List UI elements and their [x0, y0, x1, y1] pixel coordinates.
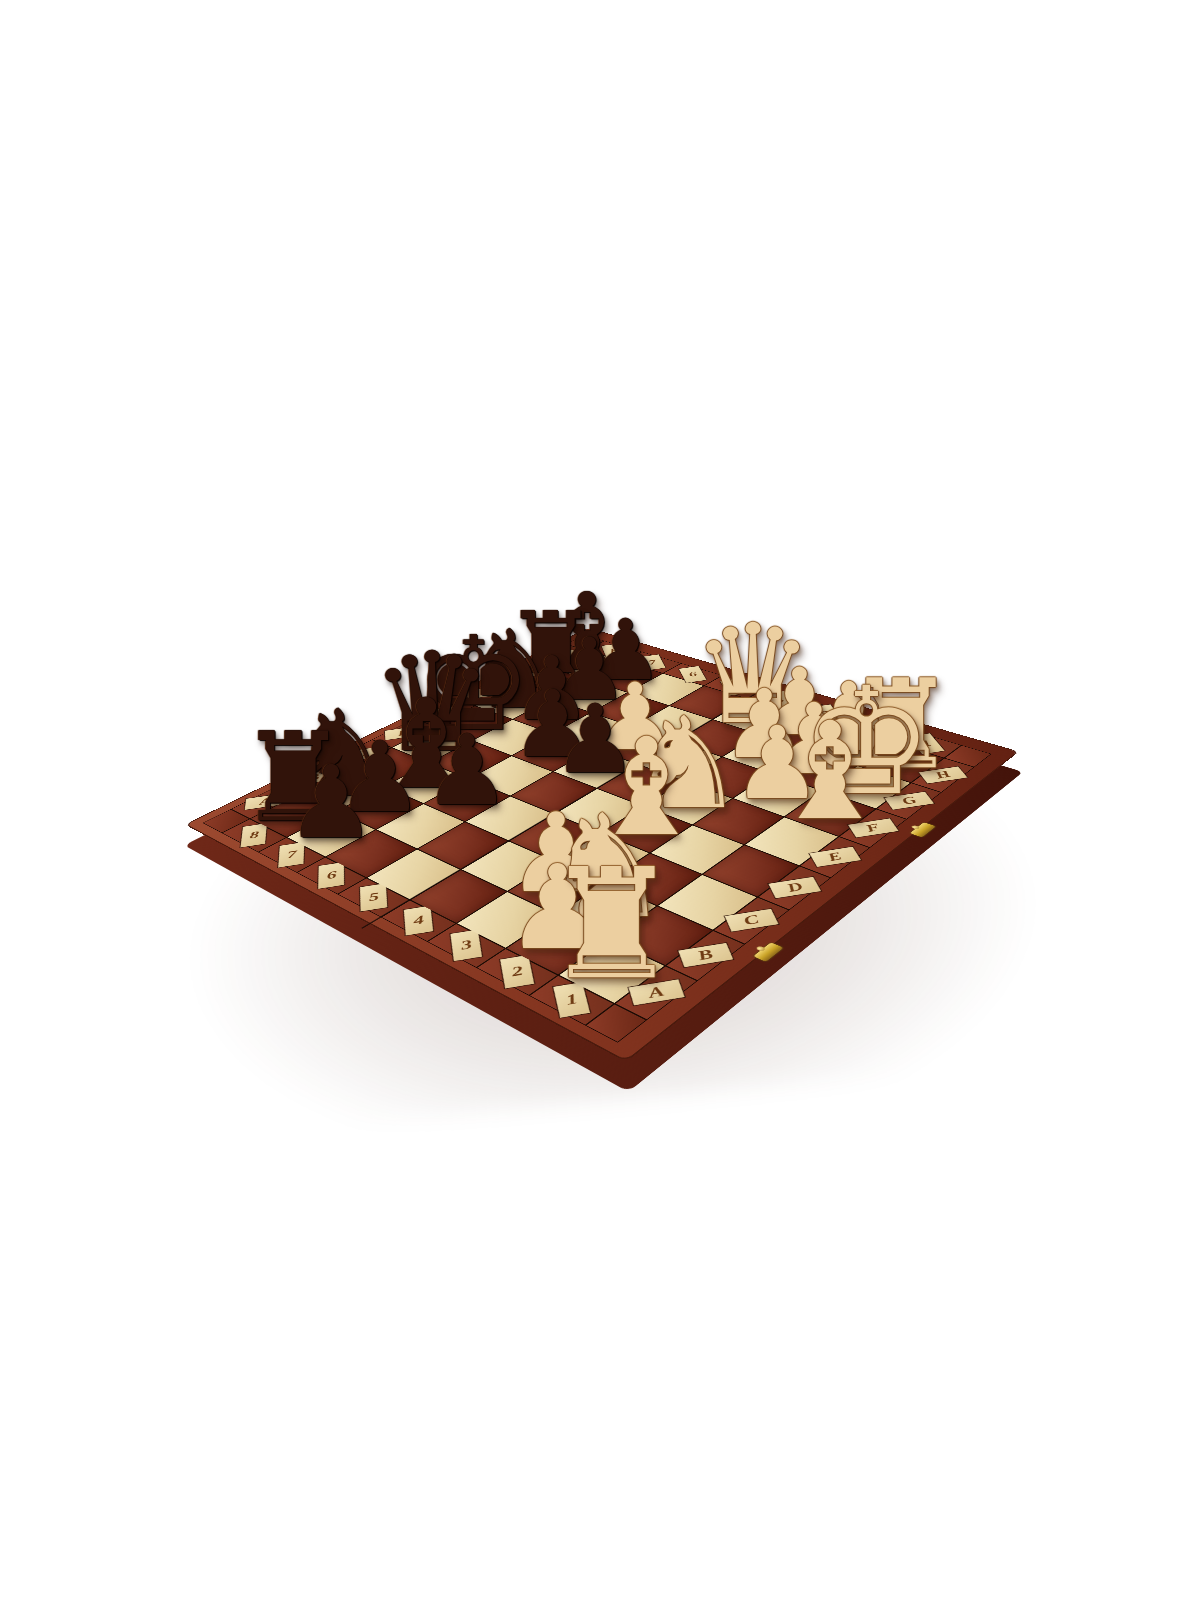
product-photo-stage: ABCDEFGH8877665544332211ABCDEFGH ♝♟♜♟♞♛♟… — [0, 0, 1200, 1600]
square-c1[interactable] — [658, 875, 756, 930]
square-b1[interactable] — [610, 906, 711, 965]
square-a6[interactable] — [326, 830, 416, 877]
coord-label-file: B — [667, 931, 744, 980]
coord-label-rank: 5 — [339, 878, 409, 916]
square-c5[interactable] — [466, 797, 553, 841]
square-b4[interactable] — [462, 842, 554, 891]
coord-label-rank: 3 — [428, 924, 504, 967]
square-e1[interactable] — [745, 817, 837, 865]
square-b5[interactable] — [418, 822, 508, 869]
square-b2[interactable] — [558, 884, 656, 939]
square-a7[interactable] — [288, 812, 375, 857]
coord-label-rank: 6 — [298, 858, 366, 894]
square-b3[interactable] — [508, 862, 603, 914]
coord-label-file: C — [714, 898, 788, 944]
square-f1[interactable] — [785, 791, 875, 836]
square-d3[interactable] — [602, 807, 692, 853]
square-d1[interactable] — [703, 845, 798, 896]
square-a3[interactable] — [457, 892, 555, 948]
square-a1[interactable] — [559, 940, 664, 1003]
square-a4[interactable] — [411, 870, 506, 923]
coord-label-file: E — [801, 837, 869, 877]
board-corner — [587, 1004, 646, 1041]
coord-label-file: D — [759, 866, 830, 909]
square-e2[interactable] — [694, 799, 784, 844]
square-e3[interactable] — [644, 781, 731, 824]
coord-label-file: H — [912, 759, 973, 792]
coord-label-rank: 7 — [259, 838, 324, 872]
square-a2[interactable] — [507, 915, 608, 974]
coord-label-file: G — [877, 783, 941, 819]
square-c2[interactable] — [606, 854, 701, 906]
square-b6[interactable] — [377, 804, 464, 848]
square-c4[interactable] — [510, 814, 600, 860]
square-c3[interactable] — [556, 833, 648, 882]
coord-label-rank: 8 — [223, 819, 286, 851]
square-f2[interactable] — [734, 774, 821, 817]
square-d4[interactable] — [555, 789, 642, 833]
coord-label-file: F — [840, 809, 906, 847]
coord-label-rank: 4 — [382, 901, 455, 942]
square-d2[interactable] — [651, 825, 743, 873]
square-a5[interactable] — [367, 850, 459, 900]
square-g1[interactable] — [823, 766, 910, 808]
coord-label-file: A — [616, 966, 697, 1019]
